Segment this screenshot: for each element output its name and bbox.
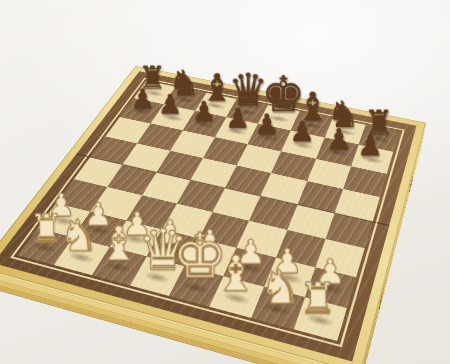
white-bishop[interactable]: ♝ bbox=[97, 221, 138, 268]
brass-hinge-icon bbox=[379, 278, 386, 309]
square-h7[interactable]: ♟ bbox=[351, 145, 393, 174]
black-pawn[interactable]: ♟ bbox=[154, 91, 188, 118]
square-a4[interactable] bbox=[74, 157, 123, 187]
folding-chess-board: ♜♞♝♛♚♝♞♜♟♟♟♟♟♟♟♟♟♟♟♟♟♟♟♟♜♞♝♛♚♝♞♜ bbox=[0, 66, 426, 364]
black-pawn[interactable]: ♟ bbox=[187, 98, 221, 125]
chess-set-scene: ♜♞♝♛♚♝♞♜♟♟♟♟♟♟♟♟♟♟♟♟♟♟♟♟♜♞♝♛♚♝♞♜ bbox=[0, 0, 450, 364]
black-pawn[interactable]: ♟ bbox=[352, 131, 388, 160]
black-pawn[interactable]: ♟ bbox=[321, 125, 356, 154]
maple-frame-edge: ♜♞♝♛♚♝♞♜♟♟♟♟♟♟♟♟♟♟♟♟♟♟♟♟♜♞♝♛♚♝♞♜ bbox=[0, 66, 426, 364]
brass-hinge-icon bbox=[409, 169, 414, 194]
square-h1[interactable]: ♜ bbox=[293, 297, 347, 341]
white-rook[interactable]: ♜ bbox=[295, 278, 339, 321]
black-pawn[interactable]: ♟ bbox=[250, 111, 285, 139]
white-bishop[interactable]: ♝ bbox=[214, 250, 257, 299]
black-pawn[interactable]: ♟ bbox=[285, 118, 320, 146]
white-king[interactable]: ♚ bbox=[172, 226, 214, 288]
walnut-border: ♜♞♝♛♚♝♞♜♟♟♟♟♟♟♟♟♟♟♟♟♟♟♟♟♜♞♝♛♚♝♞♜ bbox=[0, 71, 416, 361]
white-knight[interactable]: ♞ bbox=[58, 214, 99, 258]
